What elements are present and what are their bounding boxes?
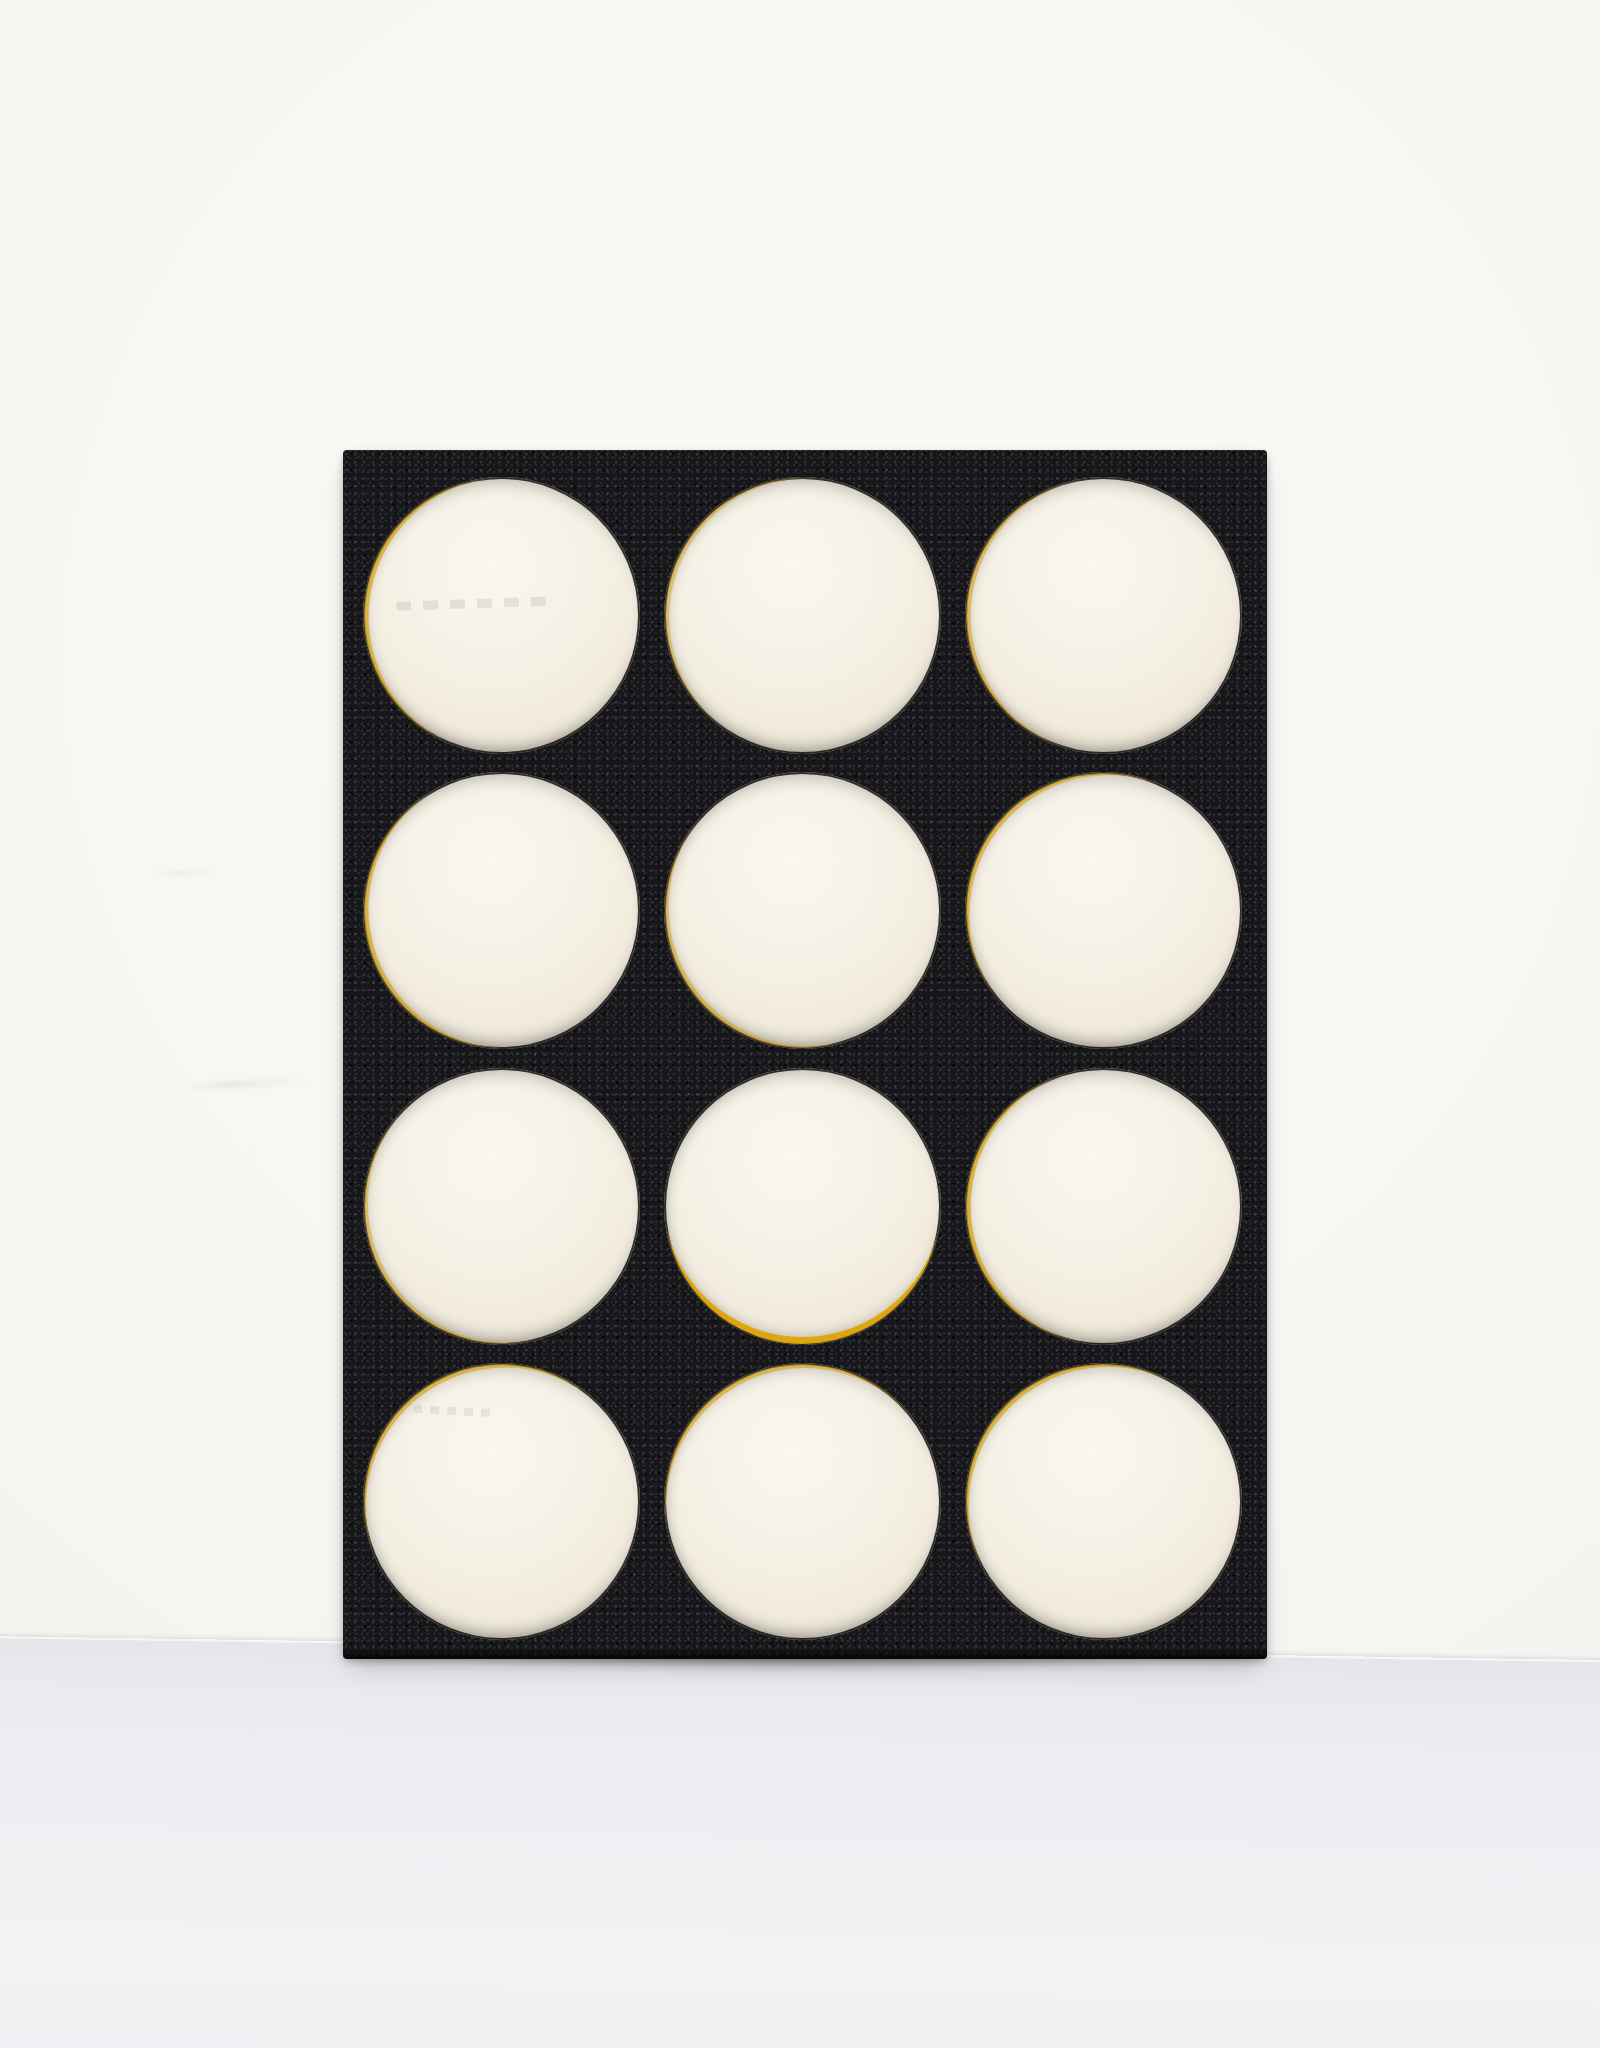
- foam-tray: [343, 450, 1267, 1658]
- tray-hole-r1c3: [965, 477, 1242, 754]
- tray-hole-r2c1: [363, 772, 640, 1049]
- tray-hole-r1c1: [363, 477, 640, 754]
- tray-hole-r4c1: [363, 1363, 640, 1640]
- tray-hole-r4c3: [965, 1363, 1242, 1640]
- tray-hole-r2c3: [965, 772, 1242, 1049]
- hole-cut-edge: [944, 752, 1263, 1071]
- hole-grid: [363, 477, 1242, 1640]
- tray-hole-r1c2: [664, 477, 941, 754]
- hole-cut-edge: [921, 433, 1286, 798]
- hole-cut-edge: [620, 1023, 985, 1388]
- hole-cut-edge: [328, 442, 675, 789]
- hole-cut-edge: [916, 1018, 1292, 1394]
- hole-cut-edge: [609, 1308, 995, 1694]
- tray-hole-r4c2: [664, 1363, 941, 1640]
- hole-cut-edge: [310, 1015, 693, 1398]
- tray-hole-r2c2: [664, 772, 941, 1049]
- hole-cut-edge: [615, 723, 991, 1099]
- tray-hole-r3c1: [363, 1068, 640, 1345]
- hole-cut-edge: [316, 1316, 688, 1688]
- hole-cut-edge: [307, 717, 695, 1105]
- floor-surface: [0, 1636, 1600, 2048]
- hole-cut-edge: [927, 1325, 1279, 1677]
- tray-hole-r3c2: [664, 1068, 941, 1345]
- tray-hole-r3c3: [965, 1068, 1242, 1345]
- hole-cut-edge: [647, 460, 958, 771]
- tray-bottom-edge: [343, 1647, 1267, 1659]
- photo-scene: [0, 0, 1600, 2048]
